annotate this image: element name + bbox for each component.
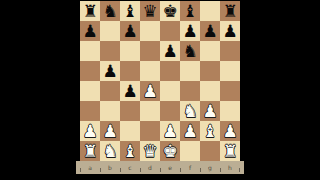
square-c5[interactable] — [120, 61, 140, 81]
piece-black-bishop: ♝ — [180, 1, 200, 21]
square-a6[interactable] — [80, 41, 100, 61]
piece-white-pawn: ♟ — [200, 101, 220, 121]
square-b8[interactable]: ♞ — [100, 1, 120, 21]
square-h4[interactable] — [220, 81, 240, 101]
square-e4[interactable] — [160, 81, 180, 101]
square-f8[interactable]: ♝ — [180, 1, 200, 21]
square-b7[interactable] — [100, 21, 120, 41]
file-label-h: h — [220, 161, 240, 174]
piece-white-king: ♚ — [160, 141, 180, 161]
square-e2[interactable]: ♟ — [160, 121, 180, 141]
piece-white-rook: ♜ — [80, 141, 100, 161]
square-c2[interactable] — [120, 121, 140, 141]
piece-white-bishop: ♝ — [120, 141, 140, 161]
square-d6[interactable] — [140, 41, 160, 61]
square-e7[interactable] — [160, 21, 180, 41]
piece-white-pawn: ♟ — [160, 121, 180, 141]
square-c7[interactable]: ♟ — [120, 21, 140, 41]
piece-black-pawn: ♟ — [200, 21, 220, 41]
piece-white-pawn: ♟ — [180, 121, 200, 141]
square-a2[interactable]: ♟ — [80, 121, 100, 141]
piece-black-queen: ♛ — [140, 1, 160, 21]
square-e1[interactable]: ♚ — [160, 141, 180, 161]
square-g5[interactable] — [200, 61, 220, 81]
square-e5[interactable] — [160, 61, 180, 81]
square-f5[interactable] — [180, 61, 200, 81]
screenshot-canvas: ♜♞♝♛♚♝♜♟♟♟♟♟♟♞♟♟♟♞♟♟♟♟♟♝♟♜♞♝♛♚♜ abcdefgh — [0, 0, 320, 180]
square-b5[interactable]: ♟ — [100, 61, 120, 81]
square-h5[interactable] — [220, 61, 240, 81]
square-d1[interactable]: ♛ — [140, 141, 160, 161]
piece-black-pawn: ♟ — [100, 61, 120, 81]
file-label-c: c — [120, 161, 140, 174]
square-d2[interactable] — [140, 121, 160, 141]
square-h8[interactable]: ♜ — [220, 1, 240, 21]
piece-black-pawn: ♟ — [220, 21, 240, 41]
piece-white-pawn: ♟ — [140, 81, 160, 101]
square-g3[interactable]: ♟ — [200, 101, 220, 121]
piece-black-bishop: ♝ — [120, 1, 140, 21]
square-a5[interactable] — [80, 61, 100, 81]
square-g6[interactable] — [200, 41, 220, 61]
square-d8[interactable]: ♛ — [140, 1, 160, 21]
piece-black-pawn: ♟ — [120, 81, 140, 101]
piece-black-rook: ♜ — [220, 1, 240, 21]
chessboard: ♜♞♝♛♚♝♜♟♟♟♟♟♟♞♟♟♟♞♟♟♟♟♟♝♟♜♞♝♛♚♜ — [80, 1, 240, 161]
file-label-f: f — [180, 161, 200, 174]
piece-black-pawn: ♟ — [160, 41, 180, 61]
square-f1[interactable] — [180, 141, 200, 161]
piece-white-pawn: ♟ — [80, 121, 100, 141]
square-h2[interactable]: ♟ — [220, 121, 240, 141]
square-f6[interactable]: ♞ — [180, 41, 200, 61]
piece-black-knight: ♞ — [180, 41, 200, 61]
piece-white-bishop: ♝ — [200, 121, 220, 141]
square-g1[interactable] — [200, 141, 220, 161]
piece-white-rook: ♜ — [220, 141, 240, 161]
square-b2[interactable]: ♟ — [100, 121, 120, 141]
square-e8[interactable]: ♚ — [160, 1, 180, 21]
square-h1[interactable]: ♜ — [220, 141, 240, 161]
square-h7[interactable]: ♟ — [220, 21, 240, 41]
piece-black-pawn: ♟ — [120, 21, 140, 41]
square-g8[interactable] — [200, 1, 220, 21]
square-b4[interactable] — [100, 81, 120, 101]
square-e3[interactable] — [160, 101, 180, 121]
square-c3[interactable] — [120, 101, 140, 121]
piece-black-pawn: ♟ — [180, 21, 200, 41]
square-b3[interactable] — [100, 101, 120, 121]
square-g4[interactable] — [200, 81, 220, 101]
square-a7[interactable]: ♟ — [80, 21, 100, 41]
square-c1[interactable]: ♝ — [120, 141, 140, 161]
square-f4[interactable] — [180, 81, 200, 101]
square-f7[interactable]: ♟ — [180, 21, 200, 41]
square-c4[interactable]: ♟ — [120, 81, 140, 101]
file-coordinate-strip: abcdefgh — [76, 161, 244, 174]
square-d5[interactable] — [140, 61, 160, 81]
file-labels: abcdefgh — [80, 161, 240, 174]
square-a4[interactable] — [80, 81, 100, 101]
square-d4[interactable]: ♟ — [140, 81, 160, 101]
file-label-a: a — [80, 161, 100, 174]
file-label-d: d — [140, 161, 160, 174]
file-label-g: g — [200, 161, 220, 174]
square-a1[interactable]: ♜ — [80, 141, 100, 161]
square-a8[interactable]: ♜ — [80, 1, 100, 21]
square-f2[interactable]: ♟ — [180, 121, 200, 141]
file-label-b: b — [100, 161, 120, 174]
piece-black-king: ♚ — [160, 1, 180, 21]
square-b6[interactable] — [100, 41, 120, 61]
square-c8[interactable]: ♝ — [120, 1, 140, 21]
piece-white-queen: ♛ — [140, 141, 160, 161]
piece-black-knight: ♞ — [100, 1, 120, 21]
piece-white-pawn: ♟ — [220, 121, 240, 141]
piece-white-knight: ♞ — [180, 101, 200, 121]
piece-black-pawn: ♟ — [80, 21, 100, 41]
piece-black-rook: ♜ — [80, 1, 100, 21]
square-f3[interactable]: ♞ — [180, 101, 200, 121]
square-c6[interactable] — [120, 41, 140, 61]
square-d7[interactable] — [140, 21, 160, 41]
square-b1[interactable]: ♞ — [100, 141, 120, 161]
piece-white-pawn: ♟ — [100, 121, 120, 141]
square-e6[interactable]: ♟ — [160, 41, 180, 61]
square-h3[interactable] — [220, 101, 240, 121]
piece-white-knight: ♞ — [100, 141, 120, 161]
file-label-e: e — [160, 161, 180, 174]
square-g7[interactable]: ♟ — [200, 21, 220, 41]
square-g2[interactable]: ♝ — [200, 121, 220, 141]
square-d3[interactable] — [140, 101, 160, 121]
square-h6[interactable] — [220, 41, 240, 61]
square-a3[interactable] — [80, 101, 100, 121]
